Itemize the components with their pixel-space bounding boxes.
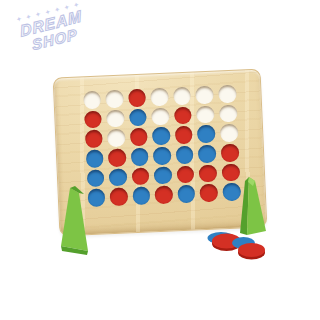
loose-disc-red-2 [238,243,265,257]
right-stand-front-face [247,177,266,235]
board-cell-r4c2-red-disc [108,149,126,167]
dream-shop-watermark: ✦ ✦ ✦ ✦ ✦ ✦ ✦ DREAM SHOP [7,0,98,57]
board-cell-r3c2-empty [107,129,125,147]
board-cell-r5c4-blue-disc [154,166,172,184]
board-cell-r4c3-blue-disc [130,148,148,166]
left-stand-front-face [61,188,88,251]
board-cell-r2c6-empty [196,105,214,123]
board-cell-r3c3-red-disc [130,128,148,146]
board-cell-r1c7-empty [218,85,236,103]
watermark-text-shop: SHOP [13,22,97,57]
board-cell-r4c1-blue-disc [85,150,103,168]
board-cell-r1c1-empty [83,91,101,109]
board-cell-r6c3-blue-disc [132,187,150,205]
board-cell-r2c7-empty [219,104,237,122]
board-cell-r6c5-blue-disc [177,185,195,203]
board-cell-r4c6-blue-disc [198,145,216,163]
board-cell-r3c6-blue-disc [197,125,215,143]
board-cell-r1c6-empty [196,86,214,104]
board-cell-r6c6-red-disc [200,184,218,202]
board-cell-r5c3-red-disc [131,167,149,185]
right-stand [239,175,267,239]
disc-grid [80,84,243,209]
board-cell-r2c4-empty [151,107,169,125]
board-cell-r3c5-red-disc [175,126,193,144]
board-cell-r1c2-empty [105,90,123,108]
watermark-stars: ✦ ✦ ✦ ✦ ✦ ✦ ✦ [7,0,90,27]
board-cell-r4c5-blue-disc [176,146,194,164]
board-cell-r1c5-empty [173,87,191,105]
board-cell-r4c7-red-disc [221,144,239,162]
board-cell-r5c7-red-disc [222,163,240,181]
board-cell-r5c2-blue-disc [109,168,127,186]
watermark-text-dream: DREAM [9,6,93,42]
board-cell-r2c2-empty [106,109,124,127]
board-cell-r4c4-blue-disc [153,147,171,165]
board-cell-r1c3-red-disc [128,89,146,107]
board-cell-r1c4-empty [150,88,168,106]
board-cell-r2c5-red-disc [174,106,192,124]
board-cell-r5c6-red-disc [199,164,217,182]
board-cell-r2c3-blue-disc [129,108,147,126]
board-cell-r3c1-red-disc [84,130,102,148]
left-stand [57,185,91,255]
board-cell-r2c1-red-disc [84,110,102,128]
board-cell-r6c2-red-disc [110,188,128,206]
board-cell-r5c5-red-disc [176,165,194,183]
board-cell-r6c4-red-disc [155,186,173,204]
board-cell-r3c4-blue-disc [152,127,170,145]
board-cell-r3c7-empty [220,124,238,142]
